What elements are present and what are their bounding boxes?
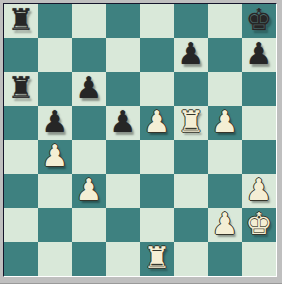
piece-white-pawn: ♟ — [246, 174, 273, 207]
square-c2[interactable] — [72, 208, 106, 242]
square-a3[interactable] — [4, 174, 38, 208]
square-e8[interactable] — [140, 4, 174, 38]
square-e3[interactable] — [140, 174, 174, 208]
square-d4[interactable] — [106, 140, 140, 174]
square-f2[interactable] — [174, 208, 208, 242]
square-a8[interactable]: ♜ — [4, 4, 38, 38]
square-e2[interactable] — [140, 208, 174, 242]
square-e1[interactable]: ♜ — [140, 242, 174, 276]
square-g8[interactable] — [208, 4, 242, 38]
square-b7[interactable] — [38, 38, 72, 72]
square-f5[interactable]: ♜ — [174, 106, 208, 140]
square-a1[interactable] — [4, 242, 38, 276]
square-c6[interactable]: ♟ — [72, 72, 106, 106]
square-d5[interactable]: ♟ — [106, 106, 140, 140]
square-h6[interactable] — [242, 72, 276, 106]
square-e6[interactable] — [140, 72, 174, 106]
square-g7[interactable] — [208, 38, 242, 72]
square-g6[interactable] — [208, 72, 242, 106]
chess-board: ♜♚♟♟♜♟♟♟♟♜♟♟♟♟♟♚♜ — [3, 3, 277, 277]
square-g3[interactable] — [208, 174, 242, 208]
piece-black-king: ♚ — [246, 4, 273, 37]
square-d7[interactable] — [106, 38, 140, 72]
piece-black-rook: ♜ — [8, 72, 35, 105]
square-c3[interactable]: ♟ — [72, 174, 106, 208]
piece-black-pawn: ♟ — [246, 38, 273, 71]
board-frame: ♜♚♟♟♜♟♟♟♟♜♟♟♟♟♟♚♜ — [0, 0, 282, 284]
square-a5[interactable] — [4, 106, 38, 140]
piece-white-pawn: ♟ — [212, 106, 239, 139]
square-h5[interactable] — [242, 106, 276, 140]
square-b8[interactable] — [38, 4, 72, 38]
square-h7[interactable]: ♟ — [242, 38, 276, 72]
square-d1[interactable] — [106, 242, 140, 276]
square-d6[interactable] — [106, 72, 140, 106]
square-a4[interactable] — [4, 140, 38, 174]
square-b3[interactable] — [38, 174, 72, 208]
piece-white-pawn: ♟ — [144, 106, 171, 139]
square-b5[interactable]: ♟ — [38, 106, 72, 140]
square-c5[interactable] — [72, 106, 106, 140]
square-b1[interactable] — [38, 242, 72, 276]
square-h8[interactable]: ♚ — [242, 4, 276, 38]
square-e5[interactable]: ♟ — [140, 106, 174, 140]
square-e7[interactable] — [140, 38, 174, 72]
piece-black-rook: ♜ — [8, 4, 35, 37]
piece-white-rook: ♜ — [144, 242, 171, 275]
square-f6[interactable] — [174, 72, 208, 106]
piece-white-pawn: ♟ — [212, 208, 239, 241]
piece-black-pawn: ♟ — [178, 38, 205, 71]
square-f7[interactable]: ♟ — [174, 38, 208, 72]
square-b4[interactable]: ♟ — [38, 140, 72, 174]
square-a2[interactable] — [4, 208, 38, 242]
square-c8[interactable] — [72, 4, 106, 38]
square-h2[interactable]: ♚ — [242, 208, 276, 242]
piece-black-pawn: ♟ — [110, 106, 137, 139]
square-f1[interactable] — [174, 242, 208, 276]
square-b6[interactable] — [38, 72, 72, 106]
square-f4[interactable] — [174, 140, 208, 174]
square-a6[interactable]: ♜ — [4, 72, 38, 106]
piece-white-king: ♚ — [246, 208, 273, 241]
square-d8[interactable] — [106, 4, 140, 38]
square-f8[interactable] — [174, 4, 208, 38]
square-c7[interactable] — [72, 38, 106, 72]
square-g2[interactable]: ♟ — [208, 208, 242, 242]
piece-black-pawn: ♟ — [42, 106, 69, 139]
piece-white-pawn: ♟ — [42, 140, 69, 173]
square-d3[interactable] — [106, 174, 140, 208]
piece-white-rook: ♜ — [178, 106, 205, 139]
square-g1[interactable] — [208, 242, 242, 276]
square-b2[interactable] — [38, 208, 72, 242]
square-f3[interactable] — [174, 174, 208, 208]
square-g4[interactable] — [208, 140, 242, 174]
square-h4[interactable] — [242, 140, 276, 174]
square-h3[interactable]: ♟ — [242, 174, 276, 208]
square-d2[interactable] — [106, 208, 140, 242]
square-a7[interactable] — [4, 38, 38, 72]
square-h1[interactable] — [242, 242, 276, 276]
square-e4[interactable] — [140, 140, 174, 174]
square-g5[interactable]: ♟ — [208, 106, 242, 140]
piece-white-pawn: ♟ — [76, 174, 103, 207]
piece-black-pawn: ♟ — [76, 72, 103, 105]
square-c4[interactable] — [72, 140, 106, 174]
square-c1[interactable] — [72, 242, 106, 276]
